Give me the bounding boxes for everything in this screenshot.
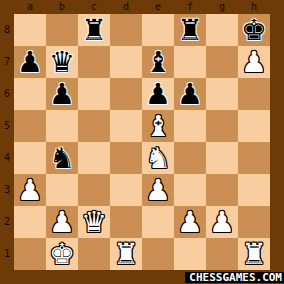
square-b5[interactable] — [46, 110, 78, 142]
square-g1[interactable] — [206, 238, 238, 270]
square-c4[interactable] — [78, 142, 110, 174]
square-g6[interactable] — [206, 78, 238, 110]
square-h1[interactable]: ♜ — [238, 238, 270, 270]
square-b1[interactable]: ♚ — [46, 238, 78, 270]
rank-label-3: 3 — [0, 174, 14, 206]
square-h3[interactable] — [238, 174, 270, 206]
square-d5[interactable] — [110, 110, 142, 142]
chess-board-frame: abcdefgh 87654321 ♜♜♚♟♛♝♟♟♟♟♝♞♞♟♟♟♛♟♟♚♜♜… — [0, 0, 284, 284]
piece-white-rook[interactable]: ♜ — [238, 238, 270, 270]
square-h5[interactable] — [238, 110, 270, 142]
rank-label-1: 1 — [0, 238, 14, 270]
file-label-h: h — [238, 0, 270, 14]
square-e6[interactable]: ♟ — [142, 78, 174, 110]
rank-label-8: 8 — [0, 14, 14, 46]
square-f5[interactable] — [174, 110, 206, 142]
square-d4[interactable] — [110, 142, 142, 174]
square-f6[interactable]: ♟ — [174, 78, 206, 110]
square-b4[interactable]: ♞ — [46, 142, 78, 174]
piece-white-queen[interactable]: ♛ — [78, 206, 110, 238]
piece-white-knight[interactable]: ♞ — [142, 142, 174, 174]
square-h7[interactable]: ♟ — [238, 46, 270, 78]
file-label-d: d — [110, 0, 142, 14]
square-b6[interactable]: ♟ — [46, 78, 78, 110]
square-b8[interactable] — [46, 14, 78, 46]
square-c2[interactable]: ♛ — [78, 206, 110, 238]
square-a7[interactable]: ♟ — [14, 46, 46, 78]
square-b7[interactable]: ♛ — [46, 46, 78, 78]
piece-black-pawn[interactable]: ♟ — [14, 46, 46, 78]
piece-white-pawn[interactable]: ♟ — [238, 46, 270, 78]
piece-black-pawn[interactable]: ♟ — [174, 78, 206, 110]
square-d2[interactable] — [110, 206, 142, 238]
square-e4[interactable]: ♞ — [142, 142, 174, 174]
square-h4[interactable] — [238, 142, 270, 174]
file-label-c: c — [78, 0, 110, 14]
square-g5[interactable] — [206, 110, 238, 142]
square-c3[interactable] — [78, 174, 110, 206]
piece-black-queen[interactable]: ♛ — [46, 46, 78, 78]
file-label-b: b — [46, 0, 78, 14]
piece-black-pawn[interactable]: ♟ — [46, 78, 78, 110]
piece-white-bishop[interactable]: ♝ — [142, 110, 174, 142]
square-h2[interactable] — [238, 206, 270, 238]
piece-white-pawn[interactable]: ♟ — [206, 206, 238, 238]
piece-black-king[interactable]: ♚ — [238, 14, 270, 46]
square-c8[interactable]: ♜ — [78, 14, 110, 46]
rank-label-6: 6 — [0, 78, 14, 110]
piece-black-knight[interactable]: ♞ — [46, 142, 78, 174]
square-h8[interactable]: ♚ — [238, 14, 270, 46]
piece-black-bishop[interactable]: ♝ — [142, 46, 174, 78]
square-c1[interactable] — [78, 238, 110, 270]
square-e5[interactable]: ♝ — [142, 110, 174, 142]
file-labels: abcdefgh — [14, 0, 270, 14]
square-a2[interactable] — [14, 206, 46, 238]
square-e8[interactable] — [142, 14, 174, 46]
square-f3[interactable] — [174, 174, 206, 206]
square-f4[interactable] — [174, 142, 206, 174]
square-e7[interactable]: ♝ — [142, 46, 174, 78]
square-a8[interactable] — [14, 14, 46, 46]
piece-black-rook[interactable]: ♜ — [78, 14, 110, 46]
square-a3[interactable]: ♟ — [14, 174, 46, 206]
square-g3[interactable] — [206, 174, 238, 206]
square-a4[interactable] — [14, 142, 46, 174]
piece-white-pawn[interactable]: ♟ — [174, 206, 206, 238]
chessgames-logo[interactable]: CHESSGAMES.COM — [185, 272, 284, 283]
square-f7[interactable] — [174, 46, 206, 78]
square-g7[interactable] — [206, 46, 238, 78]
square-g8[interactable] — [206, 14, 238, 46]
square-d8[interactable] — [110, 14, 142, 46]
rank-label-7: 7 — [0, 46, 14, 78]
piece-black-pawn[interactable]: ♟ — [142, 78, 174, 110]
rank-label-5: 5 — [0, 110, 14, 142]
file-label-a: a — [14, 0, 46, 14]
square-f8[interactable]: ♜ — [174, 14, 206, 46]
square-e3[interactable]: ♟ — [142, 174, 174, 206]
square-a1[interactable] — [14, 238, 46, 270]
square-f2[interactable]: ♟ — [174, 206, 206, 238]
piece-white-rook[interactable]: ♜ — [110, 238, 142, 270]
square-c6[interactable] — [78, 78, 110, 110]
square-e2[interactable] — [142, 206, 174, 238]
rank-label-4: 4 — [0, 142, 14, 174]
square-g4[interactable] — [206, 142, 238, 174]
square-b3[interactable] — [46, 174, 78, 206]
square-e1[interactable] — [142, 238, 174, 270]
square-g2[interactable]: ♟ — [206, 206, 238, 238]
square-h6[interactable] — [238, 78, 270, 110]
rank-labels: 87654321 — [0, 14, 14, 270]
file-label-g: g — [206, 0, 238, 14]
square-d6[interactable] — [110, 78, 142, 110]
piece-white-pawn[interactable]: ♟ — [46, 206, 78, 238]
piece-black-rook[interactable]: ♜ — [174, 14, 206, 46]
piece-white-pawn[interactable]: ♟ — [14, 174, 46, 206]
rank-label-2: 2 — [0, 206, 14, 238]
square-d7[interactable] — [110, 46, 142, 78]
chess-board: ♜♜♚♟♛♝♟♟♟♟♝♞♞♟♟♟♛♟♟♚♜♜ — [14, 14, 270, 270]
square-f1[interactable] — [174, 238, 206, 270]
file-label-e: e — [142, 0, 174, 14]
square-c7[interactable] — [78, 46, 110, 78]
file-label-f: f — [174, 0, 206, 14]
square-d1[interactable]: ♜ — [110, 238, 142, 270]
logo-text: CHESSGAMES.COM — [189, 272, 282, 283]
square-b2[interactable]: ♟ — [46, 206, 78, 238]
square-c5[interactable] — [78, 110, 110, 142]
square-a5[interactable] — [14, 110, 46, 142]
square-d3[interactable] — [110, 174, 142, 206]
piece-white-king[interactable]: ♚ — [46, 238, 78, 270]
square-a6[interactable] — [14, 78, 46, 110]
piece-white-pawn[interactable]: ♟ — [142, 174, 174, 206]
